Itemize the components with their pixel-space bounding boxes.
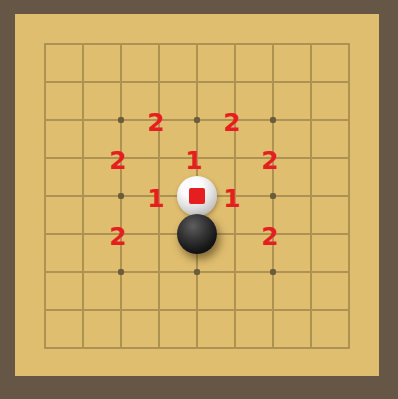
distance-label-2: 2: [147, 110, 164, 135]
distance-label-2: 2: [261, 148, 278, 173]
black-stone: [177, 214, 217, 254]
distance-label-2: 2: [223, 110, 240, 135]
distance-label-2: 2: [109, 224, 126, 249]
star-point: [118, 117, 124, 123]
star-point: [194, 117, 200, 123]
distance-label-2: 2: [261, 224, 278, 249]
star-point: [270, 193, 276, 199]
distance-label-1: 1: [223, 186, 240, 211]
star-point: [270, 269, 276, 275]
go-board[interactable]: 222121122: [15, 14, 379, 376]
red-square-marker: [189, 188, 205, 204]
star-point: [118, 193, 124, 199]
distance-label-1: 1: [147, 186, 164, 211]
distance-label-1: 1: [185, 148, 202, 173]
distance-label-2: 2: [109, 148, 126, 173]
star-point: [270, 117, 276, 123]
star-point: [194, 269, 200, 275]
go-board-frame: 222121122: [0, 0, 398, 399]
star-point: [118, 269, 124, 275]
white-stone: [177, 176, 217, 216]
